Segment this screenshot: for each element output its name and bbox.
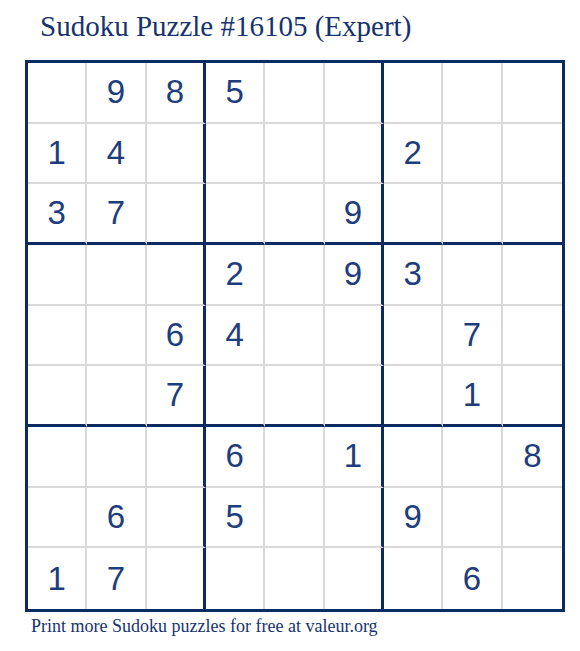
cell-r2c9-empty <box>503 124 562 185</box>
cell-r5c4-given: 4 <box>206 306 265 367</box>
cell-r6c1-empty <box>28 366 87 427</box>
cell-r4c2-empty <box>87 245 146 306</box>
cell-r5c3-given: 6 <box>147 306 206 367</box>
cell-r9c8-given: 6 <box>443 548 502 609</box>
cell-r3c3-empty <box>147 184 206 245</box>
cell-r5c2-empty <box>87 306 146 367</box>
cell-r9c1-given: 1 <box>28 548 87 609</box>
cell-r8c8-empty <box>443 488 502 549</box>
cell-r3c4-empty <box>206 184 265 245</box>
cell-r7c3-empty <box>147 427 206 488</box>
cell-r2c6-empty <box>325 124 384 185</box>
cell-r9c3-empty <box>147 548 206 609</box>
cell-r2c1-given: 1 <box>28 124 87 185</box>
cell-r8c3-empty <box>147 488 206 549</box>
cell-r3c2-given: 7 <box>87 184 146 245</box>
cell-r1c8-empty <box>443 63 502 124</box>
cell-r3c1-given: 3 <box>28 184 87 245</box>
cell-r4c3-empty <box>147 245 206 306</box>
cell-r3c9-empty <box>503 184 562 245</box>
cell-r6c7-empty <box>384 366 443 427</box>
cell-r9c4-empty <box>206 548 265 609</box>
cell-r9c6-empty <box>325 548 384 609</box>
cell-r7c6-given: 1 <box>325 427 384 488</box>
cell-r9c5-empty <box>265 548 324 609</box>
cell-r2c7-given: 2 <box>384 124 443 185</box>
sudoku-page: Sudoku Puzzle #16105 (Expert) 9851423792… <box>0 0 580 651</box>
cell-r4c5-empty <box>265 245 324 306</box>
cell-r1c1-empty <box>28 63 87 124</box>
cell-r5c7-empty <box>384 306 443 367</box>
cell-r8c7-given: 9 <box>384 488 443 549</box>
cell-r7c4-given: 6 <box>206 427 265 488</box>
cell-r5c6-empty <box>325 306 384 367</box>
cell-r6c6-empty <box>325 366 384 427</box>
cell-r7c1-empty <box>28 427 87 488</box>
cell-r5c9-empty <box>503 306 562 367</box>
cell-r6c9-empty <box>503 366 562 427</box>
cell-r7c5-empty <box>265 427 324 488</box>
cell-r8c9-empty <box>503 488 562 549</box>
cell-r8c1-empty <box>28 488 87 549</box>
cell-r6c3-given: 7 <box>147 366 206 427</box>
cell-r1c4-given: 5 <box>206 63 265 124</box>
cell-r3c8-empty <box>443 184 502 245</box>
cell-r1c9-empty <box>503 63 562 124</box>
cell-r1c6-empty <box>325 63 384 124</box>
cell-r8c5-empty <box>265 488 324 549</box>
cell-r6c4-empty <box>206 366 265 427</box>
cell-r7c9-given: 8 <box>503 427 562 488</box>
cell-r3c6-given: 9 <box>325 184 384 245</box>
footer-text: Print more Sudoku puzzles for free at va… <box>31 616 378 637</box>
cell-r2c3-empty <box>147 124 206 185</box>
cell-r9c2-given: 7 <box>87 548 146 609</box>
cell-r5c5-empty <box>265 306 324 367</box>
cell-r1c7-empty <box>384 63 443 124</box>
cell-r4c9-empty <box>503 245 562 306</box>
cell-r1c5-empty <box>265 63 324 124</box>
cell-r5c1-empty <box>28 306 87 367</box>
cell-r8c6-empty <box>325 488 384 549</box>
page-title: Sudoku Puzzle #16105 (Expert) <box>40 10 411 43</box>
cell-r6c5-empty <box>265 366 324 427</box>
cell-r7c2-empty <box>87 427 146 488</box>
cell-r8c4-given: 5 <box>206 488 265 549</box>
cell-r2c4-empty <box>206 124 265 185</box>
cell-r7c8-empty <box>443 427 502 488</box>
cell-r4c1-empty <box>28 245 87 306</box>
cell-r4c7-given: 3 <box>384 245 443 306</box>
cell-r2c5-empty <box>265 124 324 185</box>
cell-r3c7-empty <box>384 184 443 245</box>
cell-r8c2-given: 6 <box>87 488 146 549</box>
cell-r2c2-given: 4 <box>87 124 146 185</box>
cell-r7c7-empty <box>384 427 443 488</box>
cell-r4c4-given: 2 <box>206 245 265 306</box>
cell-r6c2-empty <box>87 366 146 427</box>
cell-r4c6-given: 9 <box>325 245 384 306</box>
cell-r5c8-given: 7 <box>443 306 502 367</box>
cell-r2c8-empty <box>443 124 502 185</box>
cell-r9c9-given <box>503 548 562 609</box>
cell-r3c5-empty <box>265 184 324 245</box>
sudoku-grid: 98514237929364771618659176 <box>25 60 565 612</box>
cell-r1c3-given: 8 <box>147 63 206 124</box>
cell-r1c2-given: 9 <box>87 63 146 124</box>
cell-r6c8-given: 1 <box>443 366 502 427</box>
cell-r9c7-empty <box>384 548 443 609</box>
cell-r4c8-empty <box>443 245 502 306</box>
